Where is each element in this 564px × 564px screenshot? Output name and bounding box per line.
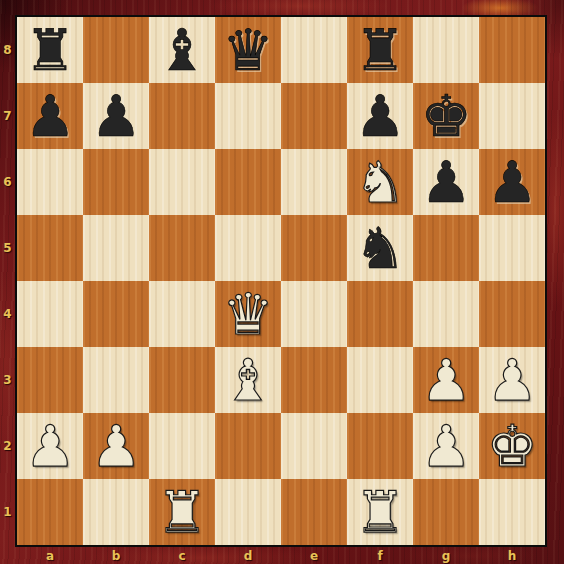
rank-labels: 87654321 [0, 17, 15, 545]
file-label-d: d [215, 547, 281, 564]
square-f8[interactable]: ♜ [347, 17, 413, 83]
square-f3[interactable] [347, 347, 413, 413]
rank-label-8: 8 [0, 17, 15, 83]
square-a2[interactable]: ♟ [17, 413, 83, 479]
square-h4[interactable] [479, 281, 545, 347]
square-e4[interactable] [281, 281, 347, 347]
white-pawn[interactable]: ♟ [413, 413, 479, 479]
square-b5[interactable] [83, 215, 149, 281]
black-pawn[interactable]: ♟ [479, 149, 545, 215]
square-h7[interactable] [479, 83, 545, 149]
square-a8[interactable]: ♜ [17, 17, 83, 83]
white-pawn[interactable]: ♟ [413, 347, 479, 413]
square-h6[interactable]: ♟ [479, 149, 545, 215]
square-e8[interactable] [281, 17, 347, 83]
square-a7[interactable]: ♟ [17, 83, 83, 149]
square-e3[interactable] [281, 347, 347, 413]
black-queen[interactable]: ♛ [215, 17, 281, 83]
square-h3[interactable]: ♟ [479, 347, 545, 413]
square-f5[interactable]: ♞ [347, 215, 413, 281]
square-h1[interactable] [479, 479, 545, 545]
black-pawn[interactable]: ♟ [17, 83, 83, 149]
square-a5[interactable] [17, 215, 83, 281]
white-pawn[interactable]: ♟ [17, 413, 83, 479]
white-pawn[interactable]: ♟ [83, 413, 149, 479]
file-label-b: b [83, 547, 149, 564]
square-e6[interactable] [281, 149, 347, 215]
square-d7[interactable] [215, 83, 281, 149]
square-b7[interactable]: ♟ [83, 83, 149, 149]
file-label-f: f [347, 547, 413, 564]
square-b6[interactable] [83, 149, 149, 215]
file-label-c: c [149, 547, 215, 564]
white-knight[interactable]: ♞ [347, 149, 413, 215]
rank-label-1: 1 [0, 479, 15, 545]
file-label-e: e [281, 547, 347, 564]
square-f2[interactable] [347, 413, 413, 479]
black-pawn[interactable]: ♟ [83, 83, 149, 149]
square-e7[interactable] [281, 83, 347, 149]
square-g6[interactable]: ♟ [413, 149, 479, 215]
file-label-a: a [17, 547, 83, 564]
square-b2[interactable]: ♟ [83, 413, 149, 479]
rank-label-6: 6 [0, 149, 15, 215]
square-c1[interactable]: ♜ [149, 479, 215, 545]
black-pawn[interactable]: ♟ [413, 149, 479, 215]
square-f7[interactable]: ♟ [347, 83, 413, 149]
square-h2[interactable]: ♚ [479, 413, 545, 479]
square-a4[interactable] [17, 281, 83, 347]
black-rook[interactable]: ♜ [347, 17, 413, 83]
square-d4[interactable]: ♛ [215, 281, 281, 347]
square-e2[interactable] [281, 413, 347, 479]
square-d3[interactable]: ♝ [215, 347, 281, 413]
square-d1[interactable] [215, 479, 281, 545]
black-king[interactable]: ♚ [413, 83, 479, 149]
square-g1[interactable] [413, 479, 479, 545]
square-c7[interactable] [149, 83, 215, 149]
white-rook[interactable]: ♜ [149, 479, 215, 545]
square-d6[interactable] [215, 149, 281, 215]
black-rook[interactable]: ♜ [17, 17, 83, 83]
square-g8[interactable] [413, 17, 479, 83]
square-g2[interactable]: ♟ [413, 413, 479, 479]
square-g4[interactable] [413, 281, 479, 347]
white-rook[interactable]: ♜ [347, 479, 413, 545]
rank-label-3: 3 [0, 347, 15, 413]
black-pawn[interactable]: ♟ [347, 83, 413, 149]
square-g5[interactable] [413, 215, 479, 281]
rank-label-7: 7 [0, 83, 15, 149]
file-label-h: h [479, 547, 545, 564]
black-knight[interactable]: ♞ [347, 215, 413, 281]
square-c6[interactable] [149, 149, 215, 215]
file-labels: abcdefgh [17, 547, 545, 564]
square-c2[interactable] [149, 413, 215, 479]
square-h8[interactable] [479, 17, 545, 83]
square-a6[interactable] [17, 149, 83, 215]
square-d8[interactable]: ♛ [215, 17, 281, 83]
square-b1[interactable] [83, 479, 149, 545]
file-label-g: g [413, 547, 479, 564]
square-g7[interactable]: ♚ [413, 83, 479, 149]
square-h5[interactable] [479, 215, 545, 281]
white-king[interactable]: ♚ [479, 413, 545, 479]
square-b8[interactable] [83, 17, 149, 83]
square-c8[interactable]: ♝ [149, 17, 215, 83]
square-b4[interactable] [83, 281, 149, 347]
black-bishop[interactable]: ♝ [149, 17, 215, 83]
square-c3[interactable] [149, 347, 215, 413]
white-pawn[interactable]: ♟ [479, 347, 545, 413]
square-e1[interactable] [281, 479, 347, 545]
square-a3[interactable] [17, 347, 83, 413]
square-f4[interactable] [347, 281, 413, 347]
square-b3[interactable] [83, 347, 149, 413]
chess-board: ♜♝♛♜♟♟♟♚♞♟♟♞♛♝♟♟♟♟♟♚♜♜ [15, 15, 547, 547]
square-f1[interactable]: ♜ [347, 479, 413, 545]
square-d5[interactable] [215, 215, 281, 281]
square-g3[interactable]: ♟ [413, 347, 479, 413]
square-a1[interactable] [17, 479, 83, 545]
white-queen[interactable]: ♛ [215, 281, 281, 347]
square-c4[interactable] [149, 281, 215, 347]
rank-label-5: 5 [0, 215, 15, 281]
rank-label-2: 2 [0, 413, 15, 479]
square-f6[interactable]: ♞ [347, 149, 413, 215]
square-c5[interactable] [149, 215, 215, 281]
square-e5[interactable] [281, 215, 347, 281]
white-bishop[interactable]: ♝ [215, 347, 281, 413]
chess-diagram: 87654321 abcdefgh ♜♝♛♜♟♟♟♚♞♟♟♞♛♝♟♟♟♟♟♚♜♜ [0, 0, 564, 564]
square-d2[interactable] [215, 413, 281, 479]
rank-label-4: 4 [0, 281, 15, 347]
